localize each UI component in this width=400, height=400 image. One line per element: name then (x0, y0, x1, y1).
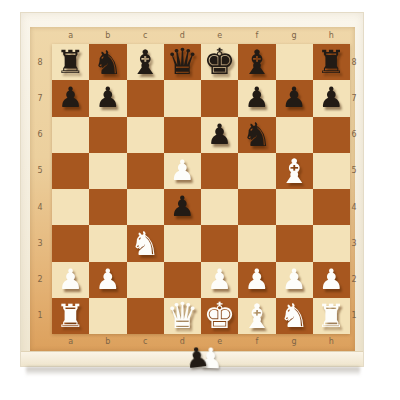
square-e8[interactable]: ♚ (201, 44, 238, 80)
piece-black-knight[interactable]: ♞ (93, 46, 123, 79)
square-g4[interactable] (276, 189, 313, 225)
piece-black-bishop[interactable]: ♝ (130, 45, 160, 79)
piece-white-pawn[interactable]: ♟ (207, 266, 232, 294)
file-label: h (313, 30, 350, 42)
square-a2[interactable]: ♟ (52, 262, 89, 298)
rank-label: 1 (31, 298, 49, 334)
chess-board: ♜♞♝♛♚♝♜♟♟♟♟♟♟♞♟♝♟♞♟♟♟♟♟♟♜♛♚♝♞♜ (52, 44, 350, 334)
square-d2[interactable] (164, 262, 201, 298)
square-g8[interactable] (276, 44, 313, 80)
piece-black-pawn[interactable]: ♟ (95, 84, 120, 112)
square-h3[interactable] (313, 225, 350, 261)
piece-white-pawn[interactable]: ♟ (244, 266, 269, 294)
rank-label: 4 (350, 189, 358, 225)
piece-white-knight[interactable]: ♞ (130, 227, 160, 260)
piece-white-bishop[interactable]: ♝ (279, 154, 309, 188)
file-label: h (313, 336, 350, 348)
square-c3[interactable]: ♞ (127, 225, 164, 261)
square-f1[interactable]: ♝ (238, 298, 275, 334)
rank-label: 2 (350, 262, 358, 298)
file-labels-top: abcdefgh (52, 30, 350, 42)
square-c6[interactable] (127, 117, 164, 153)
file-label: c (127, 30, 164, 42)
rank-labels-left: 87654321 (31, 44, 49, 334)
square-f8[interactable]: ♝ (238, 44, 275, 80)
piece-black-pawn[interactable]: ♟ (319, 84, 344, 112)
file-label: g (276, 30, 313, 42)
piece-black-bishop[interactable]: ♝ (242, 45, 272, 79)
square-b8[interactable]: ♞ (89, 44, 126, 80)
piece-white-rook[interactable]: ♜ (56, 300, 85, 332)
square-c4[interactable] (127, 189, 164, 225)
piece-black-pawn[interactable]: ♟ (170, 193, 195, 221)
piece-white-rook[interactable]: ♜ (317, 300, 346, 332)
square-f2[interactable]: ♟ (238, 262, 275, 298)
square-h5[interactable] (313, 153, 350, 189)
rank-label: 5 (31, 153, 49, 189)
square-a1[interactable]: ♜ (52, 298, 89, 334)
rank-label: 1 (350, 298, 358, 334)
piece-black-rook[interactable]: ♜ (56, 46, 85, 78)
file-label: a (52, 30, 89, 42)
piece-white-pawn[interactable]: ♟ (282, 266, 307, 294)
piece-black-rook[interactable]: ♜ (317, 46, 346, 78)
rank-label: 3 (350, 225, 358, 261)
square-h8[interactable]: ♜ (313, 44, 350, 80)
square-c7[interactable] (127, 80, 164, 116)
square-d1[interactable]: ♛ (164, 298, 201, 334)
piece-black-pawn[interactable]: ♟ (244, 84, 269, 112)
square-a7[interactable]: ♟ (52, 80, 89, 116)
square-b3[interactable] (89, 225, 126, 261)
file-label: b (89, 336, 126, 348)
square-d8[interactable]: ♛ (164, 44, 201, 80)
square-d7[interactable] (164, 80, 201, 116)
square-h7[interactable]: ♟ (313, 80, 350, 116)
square-b4[interactable] (89, 189, 126, 225)
piece-black-knight[interactable]: ♞ (242, 118, 272, 151)
piece-black-pawn[interactable]: ♟ (282, 84, 307, 112)
square-f6[interactable]: ♞ (238, 117, 275, 153)
tray-piece-black-pawn[interactable]: ♟ (183, 343, 210, 373)
square-b6[interactable] (89, 117, 126, 153)
rank-label: 5 (350, 153, 358, 189)
square-h4[interactable] (313, 189, 350, 225)
board-frame: abcdefgh abcdefgh 87654321 87654321 ♜♞♝♛… (20, 12, 364, 367)
square-g5[interactable]: ♝ (276, 153, 313, 189)
square-a6[interactable] (52, 117, 89, 153)
square-g2[interactable]: ♟ (276, 262, 313, 298)
file-label: b (89, 30, 126, 42)
square-e3[interactable] (201, 225, 238, 261)
rank-label: 6 (350, 117, 358, 153)
square-f7[interactable]: ♟ (238, 80, 275, 116)
file-label: a (52, 336, 89, 348)
square-d5[interactable]: ♟ (164, 153, 201, 189)
square-g1[interactable]: ♞ (276, 298, 313, 334)
file-label: c (127, 336, 164, 348)
square-g7[interactable]: ♟ (276, 80, 313, 116)
square-a8[interactable]: ♜ (52, 44, 89, 80)
square-c2[interactable] (127, 262, 164, 298)
rank-label: 8 (350, 44, 358, 80)
square-d6[interactable] (164, 117, 201, 153)
square-e1[interactable]: ♚ (201, 298, 238, 334)
file-label: f (238, 336, 275, 348)
square-f4[interactable] (238, 189, 275, 225)
square-e2[interactable]: ♟ (201, 262, 238, 298)
square-c8[interactable]: ♝ (127, 44, 164, 80)
file-label: f (238, 30, 275, 42)
square-b2[interactable]: ♟ (89, 262, 126, 298)
square-f5[interactable] (238, 153, 275, 189)
demo-board-photo: abcdefgh abcdefgh 87654321 87654321 ♜♞♝♛… (0, 0, 400, 400)
board-surface: abcdefgh abcdefgh 87654321 87654321 ♜♞♝♛… (30, 27, 355, 351)
file-label: g (276, 336, 313, 348)
rank-label: 3 (31, 225, 49, 261)
square-e7[interactable] (201, 80, 238, 116)
square-b1[interactable] (89, 298, 126, 334)
piece-black-queen[interactable]: ♛ (166, 44, 198, 80)
square-e6[interactable]: ♟ (201, 117, 238, 153)
rank-label: 7 (350, 80, 358, 116)
square-g3[interactable] (276, 225, 313, 261)
piece-black-pawn[interactable]: ♟ (207, 121, 232, 149)
rank-label: 8 (31, 44, 49, 80)
square-a3[interactable] (52, 225, 89, 261)
square-b7[interactable]: ♟ (89, 80, 126, 116)
square-d3[interactable] (164, 225, 201, 261)
piece-black-pawn[interactable]: ♟ (58, 84, 83, 112)
piece-white-knight[interactable]: ♞ (279, 299, 309, 332)
square-f3[interactable] (238, 225, 275, 261)
piece-black-king[interactable]: ♚ (203, 44, 235, 80)
square-c1[interactable] (127, 298, 164, 334)
piece-white-king[interactable]: ♚ (203, 298, 235, 334)
square-g6[interactable] (276, 117, 313, 153)
rank-label: 2 (31, 262, 49, 298)
square-h1[interactable]: ♜ (313, 298, 350, 334)
square-h2[interactable]: ♟ (313, 262, 350, 298)
rank-labels-right: 87654321 (350, 44, 358, 334)
square-a4[interactable] (52, 189, 89, 225)
piece-white-queen[interactable]: ♛ (166, 298, 198, 334)
piece-white-pawn[interactable]: ♟ (95, 266, 120, 294)
square-a5[interactable] (52, 153, 89, 189)
square-c5[interactable] (127, 153, 164, 189)
square-b5[interactable] (89, 153, 126, 189)
piece-white-pawn[interactable]: ♟ (58, 266, 83, 294)
piece-white-pawn[interactable]: ♟ (170, 157, 195, 185)
rank-label: 4 (31, 189, 49, 225)
square-e4[interactable] (201, 189, 238, 225)
piece-white-pawn[interactable]: ♟ (319, 266, 344, 294)
rank-label: 6 (31, 117, 49, 153)
square-h6[interactable] (313, 117, 350, 153)
square-d4[interactable]: ♟ (164, 189, 201, 225)
square-e5[interactable] (201, 153, 238, 189)
piece-white-bishop[interactable]: ♝ (242, 299, 272, 333)
rank-label: 7 (31, 80, 49, 116)
